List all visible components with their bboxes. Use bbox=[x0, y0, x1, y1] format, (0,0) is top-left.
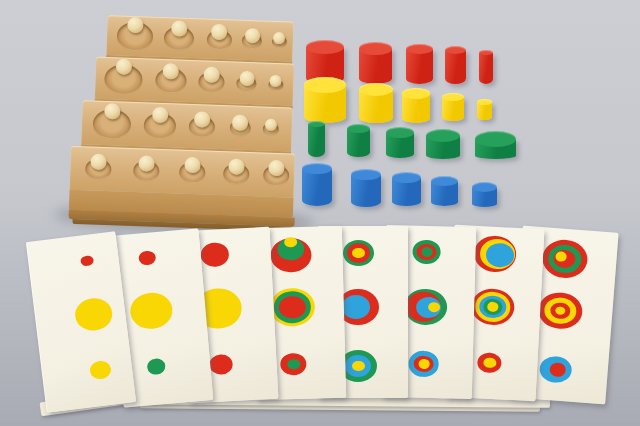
card-1-circle-1-ring-1 bbox=[79, 255, 93, 267]
card-1-circle-3-ring-1 bbox=[88, 360, 111, 380]
card-5-circle-2-ring-2 bbox=[342, 295, 370, 319]
photo-scene bbox=[0, 0, 640, 426]
card-6-circle-3-ring-3 bbox=[418, 359, 429, 369]
card-7-circle-2-ring-5 bbox=[487, 302, 498, 312]
card-3-circle-3-ring-1 bbox=[209, 354, 233, 374]
card-4-circle-1-ring-3 bbox=[284, 237, 297, 248]
card-5-circle-1-ring-3 bbox=[352, 248, 365, 259]
card-6-circle-1-ring-3 bbox=[421, 247, 432, 257]
card-8-circle-1-ring-4 bbox=[555, 252, 567, 262]
card-5-circle-3-ring-3 bbox=[352, 361, 365, 372]
card-3-circle-1-ring-1 bbox=[200, 242, 229, 267]
card-2-circle-3-ring-1 bbox=[147, 358, 166, 375]
card-4-circle-3-ring-2 bbox=[287, 359, 300, 370]
pattern-cards-group bbox=[0, 0, 640, 426]
card-2-circle-1-ring-1 bbox=[138, 250, 156, 266]
card-1-circle-2-ring-1 bbox=[73, 297, 114, 332]
card-2-circle-2-ring-1 bbox=[129, 291, 174, 330]
